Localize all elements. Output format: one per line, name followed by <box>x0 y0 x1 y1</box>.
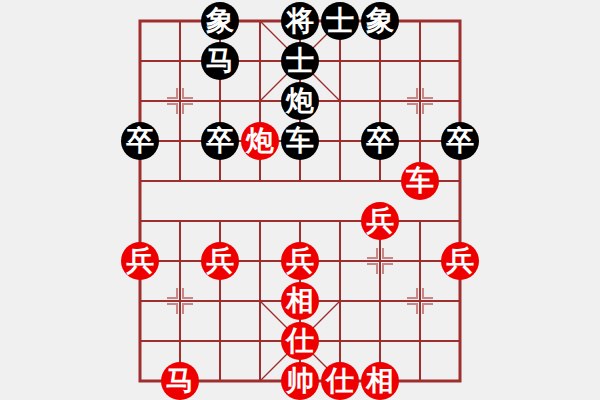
piece-black-elephant[interactable]: 象 <box>361 2 399 40</box>
piece-red-advisor[interactable]: 仕 <box>281 322 319 360</box>
piece-red-advisor[interactable]: 仕 <box>321 362 359 400</box>
position-marker <box>367 248 393 274</box>
piece-red-soldier[interactable]: 兵 <box>201 242 239 280</box>
piece-black-advisor[interactable]: 士 <box>321 2 359 40</box>
piece-black-cannon[interactable]: 炮 <box>281 82 319 120</box>
piece-black-chariot[interactable]: 车 <box>281 122 319 160</box>
position-marker <box>167 288 193 314</box>
piece-black-soldier[interactable]: 卒 <box>441 122 479 160</box>
xiangqi-board-screenshot: 象将士象马士炮卒卒车卒卒炮车兵兵兵兵兵相仕马帅仕相 <box>0 0 600 400</box>
piece-red-general[interactable]: 帅 <box>281 362 319 400</box>
position-marker <box>407 88 433 114</box>
piece-red-soldier[interactable]: 兵 <box>121 242 159 280</box>
piece-black-soldier[interactable]: 卒 <box>361 122 399 160</box>
position-marker <box>167 88 193 114</box>
piece-red-soldier[interactable]: 兵 <box>361 202 399 240</box>
piece-black-general[interactable]: 将 <box>281 2 319 40</box>
piece-black-soldier[interactable]: 卒 <box>121 122 159 160</box>
xiangqi-board[interactable]: 象将士象马士炮卒卒车卒卒炮车兵兵兵兵兵相仕马帅仕相 <box>120 1 480 400</box>
position-marker <box>407 288 433 314</box>
piece-red-horse[interactable]: 马 <box>161 362 199 400</box>
piece-red-soldier[interactable]: 兵 <box>441 242 479 280</box>
piece-black-soldier[interactable]: 卒 <box>201 122 239 160</box>
piece-black-advisor[interactable]: 士 <box>281 42 319 80</box>
piece-black-horse[interactable]: 马 <box>201 42 239 80</box>
piece-red-cannon[interactable]: 炮 <box>241 122 279 160</box>
piece-black-elephant[interactable]: 象 <box>201 2 239 40</box>
piece-red-elephant[interactable]: 相 <box>361 362 399 400</box>
piece-red-chariot[interactable]: 车 <box>401 162 439 200</box>
piece-red-soldier[interactable]: 兵 <box>281 242 319 280</box>
piece-red-elephant[interactable]: 相 <box>281 282 319 320</box>
